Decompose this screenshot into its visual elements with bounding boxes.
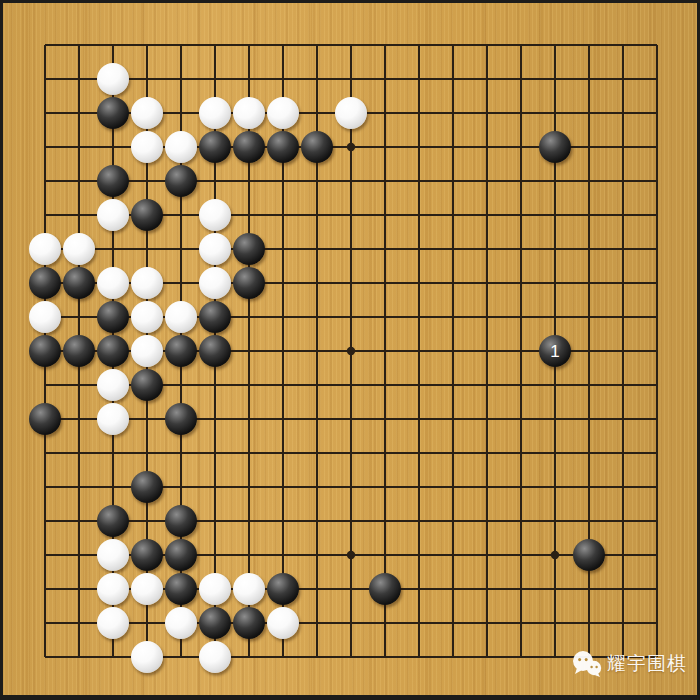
intersection	[538, 436, 572, 470]
intersection	[232, 266, 266, 300]
intersection	[266, 164, 300, 198]
black-stone	[369, 573, 401, 605]
intersection	[640, 300, 674, 334]
black-stone	[97, 165, 129, 197]
white-stone	[29, 301, 61, 333]
intersection	[266, 606, 300, 640]
intersection	[436, 470, 470, 504]
intersection	[232, 572, 266, 606]
intersection	[266, 470, 300, 504]
intersection	[504, 266, 538, 300]
white-stone	[131, 301, 163, 333]
intersection	[198, 640, 232, 674]
intersection	[640, 28, 674, 62]
intersection	[334, 334, 368, 368]
intersection	[130, 606, 164, 640]
white-stone	[165, 131, 197, 163]
black-stone	[199, 607, 231, 639]
intersection	[640, 62, 674, 96]
intersection	[96, 334, 130, 368]
intersection	[96, 538, 130, 572]
intersection	[28, 572, 62, 606]
intersection	[300, 538, 334, 572]
intersection	[62, 606, 96, 640]
intersection	[334, 436, 368, 470]
intersection	[198, 606, 232, 640]
intersection	[28, 436, 62, 470]
intersection	[572, 164, 606, 198]
intersection	[402, 96, 436, 130]
intersection	[266, 62, 300, 96]
intersection	[538, 198, 572, 232]
intersection	[164, 96, 198, 130]
intersection	[402, 164, 436, 198]
intersection	[606, 266, 640, 300]
black-stone	[233, 131, 265, 163]
intersection	[130, 572, 164, 606]
intersection	[62, 504, 96, 538]
intersection	[402, 232, 436, 266]
intersection	[436, 96, 470, 130]
intersection	[606, 96, 640, 130]
intersection	[606, 300, 640, 334]
intersection	[606, 28, 640, 62]
intersection	[28, 198, 62, 232]
intersection	[164, 28, 198, 62]
intersection	[640, 130, 674, 164]
intersection	[28, 232, 62, 266]
intersection	[572, 130, 606, 164]
black-stone	[165, 505, 197, 537]
intersection	[164, 538, 198, 572]
intersection	[368, 504, 402, 538]
intersection	[96, 504, 130, 538]
intersection	[62, 436, 96, 470]
intersection	[606, 572, 640, 606]
intersection	[28, 402, 62, 436]
intersection	[62, 334, 96, 368]
intersection	[470, 164, 504, 198]
intersection	[28, 640, 62, 674]
intersection	[28, 470, 62, 504]
intersection	[504, 130, 538, 164]
intersection	[368, 538, 402, 572]
intersection	[538, 606, 572, 640]
intersection	[640, 538, 674, 572]
intersection	[62, 266, 96, 300]
intersection	[164, 368, 198, 402]
intersection	[28, 606, 62, 640]
intersection	[266, 232, 300, 266]
intersection	[232, 28, 266, 62]
intersection	[130, 300, 164, 334]
intersection	[130, 640, 164, 674]
intersection	[28, 334, 62, 368]
white-stone	[199, 267, 231, 299]
intersection	[368, 62, 402, 96]
white-stone	[97, 369, 129, 401]
intersection	[368, 164, 402, 198]
intersection	[198, 96, 232, 130]
intersection	[402, 436, 436, 470]
intersection	[164, 572, 198, 606]
intersection	[232, 402, 266, 436]
intersection	[606, 368, 640, 402]
intersection	[470, 28, 504, 62]
intersection	[164, 334, 198, 368]
intersection	[232, 470, 266, 504]
intersection	[504, 334, 538, 368]
intersection	[96, 572, 130, 606]
intersection	[606, 232, 640, 266]
intersection	[62, 198, 96, 232]
intersection	[538, 28, 572, 62]
intersection	[640, 198, 674, 232]
intersection	[640, 436, 674, 470]
intersection	[640, 402, 674, 436]
intersection	[640, 334, 674, 368]
intersection	[130, 164, 164, 198]
intersection	[266, 640, 300, 674]
black-stone	[233, 233, 265, 265]
black-stone	[63, 335, 95, 367]
intersection	[266, 368, 300, 402]
intersection	[232, 436, 266, 470]
white-stone	[233, 573, 265, 605]
intersection	[334, 28, 368, 62]
watermark-brand-text: 耀宇围棋	[607, 651, 687, 677]
intersection	[436, 232, 470, 266]
intersection	[62, 402, 96, 436]
intersection	[96, 402, 130, 436]
intersection	[198, 198, 232, 232]
intersection	[28, 368, 62, 402]
intersection	[266, 436, 300, 470]
intersection	[572, 504, 606, 538]
black-stone	[29, 403, 61, 435]
black-stone	[165, 403, 197, 435]
intersection	[334, 606, 368, 640]
intersection	[198, 470, 232, 504]
intersection	[96, 436, 130, 470]
intersection	[538, 368, 572, 402]
intersection	[572, 572, 606, 606]
intersection	[96, 62, 130, 96]
intersection	[640, 164, 674, 198]
intersection	[266, 266, 300, 300]
intersection	[130, 266, 164, 300]
intersection	[300, 504, 334, 538]
black-stone	[199, 301, 231, 333]
intersection	[436, 538, 470, 572]
black-stone	[97, 301, 129, 333]
intersection	[96, 164, 130, 198]
intersection	[62, 572, 96, 606]
white-stone	[199, 199, 231, 231]
intersection	[402, 130, 436, 164]
white-stone	[97, 403, 129, 435]
intersection	[62, 164, 96, 198]
white-stone	[97, 199, 129, 231]
white-stone	[63, 233, 95, 265]
intersection	[198, 266, 232, 300]
black-stone	[131, 199, 163, 231]
intersection	[640, 504, 674, 538]
intersection	[266, 96, 300, 130]
intersection	[640, 572, 674, 606]
intersection	[368, 368, 402, 402]
intersection	[96, 368, 130, 402]
black-stone	[165, 335, 197, 367]
intersection	[232, 130, 266, 164]
white-stone	[97, 573, 129, 605]
intersection	[572, 402, 606, 436]
intersection	[198, 504, 232, 538]
intersection	[96, 198, 130, 232]
intersection	[368, 198, 402, 232]
intersection	[334, 470, 368, 504]
intersection	[572, 300, 606, 334]
intersection	[436, 334, 470, 368]
intersection	[266, 28, 300, 62]
white-stone	[165, 301, 197, 333]
intersection	[96, 96, 130, 130]
intersection	[198, 334, 232, 368]
intersection	[164, 266, 198, 300]
intersection	[334, 232, 368, 266]
white-stone	[199, 97, 231, 129]
black-stone	[97, 505, 129, 537]
intersection	[436, 198, 470, 232]
intersection	[470, 130, 504, 164]
white-stone	[29, 233, 61, 265]
black-stone: 1	[539, 335, 571, 367]
intersection	[504, 504, 538, 538]
intersection	[164, 164, 198, 198]
intersection	[62, 96, 96, 130]
intersection	[96, 266, 130, 300]
intersection	[300, 470, 334, 504]
intersection	[198, 436, 232, 470]
intersection	[334, 640, 368, 674]
intersection	[96, 606, 130, 640]
intersection	[232, 368, 266, 402]
intersection	[130, 334, 164, 368]
intersection	[232, 640, 266, 674]
intersection	[130, 470, 164, 504]
intersection	[504, 28, 538, 62]
intersection	[402, 62, 436, 96]
intersection	[334, 300, 368, 334]
intersection	[62, 130, 96, 164]
intersection	[96, 130, 130, 164]
intersection	[572, 96, 606, 130]
intersection	[436, 572, 470, 606]
intersection	[572, 368, 606, 402]
white-stone	[267, 607, 299, 639]
intersection	[130, 436, 164, 470]
intersection	[436, 62, 470, 96]
intersection	[334, 504, 368, 538]
intersection	[198, 368, 232, 402]
intersection	[300, 164, 334, 198]
intersection	[640, 232, 674, 266]
intersection	[504, 538, 538, 572]
intersection	[232, 538, 266, 572]
intersection	[334, 96, 368, 130]
intersection	[164, 470, 198, 504]
intersection	[538, 504, 572, 538]
intersection	[504, 368, 538, 402]
wechat-bubbles-icon	[572, 650, 602, 678]
intersection	[334, 62, 368, 96]
intersection	[266, 300, 300, 334]
black-stone	[131, 539, 163, 571]
intersection	[606, 198, 640, 232]
intersection	[28, 504, 62, 538]
intersection	[368, 606, 402, 640]
watermark: 耀宇围棋	[572, 650, 687, 678]
white-stone	[199, 641, 231, 673]
white-stone	[97, 607, 129, 639]
intersection	[300, 300, 334, 334]
intersection	[402, 504, 436, 538]
intersection	[606, 334, 640, 368]
intersection	[538, 232, 572, 266]
intersection	[606, 62, 640, 96]
intersection	[130, 538, 164, 572]
intersection	[96, 300, 130, 334]
intersection	[28, 96, 62, 130]
white-stone	[97, 267, 129, 299]
intersection	[504, 402, 538, 436]
intersection	[232, 606, 266, 640]
intersection	[606, 538, 640, 572]
intersection	[164, 436, 198, 470]
intersection	[504, 640, 538, 674]
intersection	[28, 28, 62, 62]
intersection	[572, 62, 606, 96]
intersection	[606, 402, 640, 436]
white-stone	[97, 63, 129, 95]
black-stone	[29, 335, 61, 367]
intersection	[300, 28, 334, 62]
intersection	[402, 640, 436, 674]
intersection	[198, 130, 232, 164]
intersection	[300, 232, 334, 266]
intersection	[470, 266, 504, 300]
intersection	[198, 538, 232, 572]
intersection	[368, 572, 402, 606]
intersection	[164, 606, 198, 640]
intersection	[62, 62, 96, 96]
intersection	[232, 62, 266, 96]
move-number-label: 1	[550, 343, 559, 360]
black-stone	[233, 607, 265, 639]
intersection	[538, 402, 572, 436]
intersection	[436, 130, 470, 164]
white-stone	[233, 97, 265, 129]
intersection	[538, 538, 572, 572]
intersection	[402, 28, 436, 62]
intersection	[572, 470, 606, 504]
black-stone	[233, 267, 265, 299]
intersection	[164, 232, 198, 266]
intersection	[300, 266, 334, 300]
intersection	[504, 198, 538, 232]
intersection	[62, 368, 96, 402]
white-stone	[165, 607, 197, 639]
intersection	[436, 606, 470, 640]
intersection	[572, 266, 606, 300]
intersection	[572, 334, 606, 368]
intersection	[198, 402, 232, 436]
intersection	[96, 232, 130, 266]
intersection	[96, 640, 130, 674]
go-board-screenshot: 1 耀宇围棋	[0, 0, 700, 700]
intersection	[300, 368, 334, 402]
intersection	[130, 232, 164, 266]
white-stone	[131, 97, 163, 129]
intersection	[232, 232, 266, 266]
intersection	[504, 62, 538, 96]
intersection	[538, 300, 572, 334]
intersection	[62, 538, 96, 572]
intersection	[572, 436, 606, 470]
intersection	[572, 606, 606, 640]
intersection	[28, 164, 62, 198]
intersection	[538, 572, 572, 606]
intersection	[164, 504, 198, 538]
white-stone	[131, 641, 163, 673]
intersection	[300, 62, 334, 96]
white-stone	[131, 131, 163, 163]
intersection	[62, 28, 96, 62]
black-stone	[199, 335, 231, 367]
intersection	[130, 504, 164, 538]
intersection	[130, 402, 164, 436]
intersection	[402, 266, 436, 300]
intersection	[62, 640, 96, 674]
intersection	[470, 436, 504, 470]
black-stone	[165, 165, 197, 197]
intersection	[266, 504, 300, 538]
intersection	[266, 572, 300, 606]
intersection	[606, 504, 640, 538]
intersection	[436, 28, 470, 62]
intersection	[334, 198, 368, 232]
intersection	[538, 62, 572, 96]
intersection	[232, 96, 266, 130]
intersection	[504, 436, 538, 470]
intersection	[470, 96, 504, 130]
intersection	[96, 28, 130, 62]
black-stone	[267, 131, 299, 163]
intersection	[198, 62, 232, 96]
intersection	[300, 402, 334, 436]
black-stone	[267, 573, 299, 605]
black-stone	[301, 131, 333, 163]
intersection	[606, 436, 640, 470]
intersection	[232, 504, 266, 538]
intersection	[300, 436, 334, 470]
intersection	[334, 164, 368, 198]
intersection	[266, 538, 300, 572]
intersection	[62, 470, 96, 504]
intersection	[334, 538, 368, 572]
intersection	[436, 300, 470, 334]
intersection	[198, 300, 232, 334]
